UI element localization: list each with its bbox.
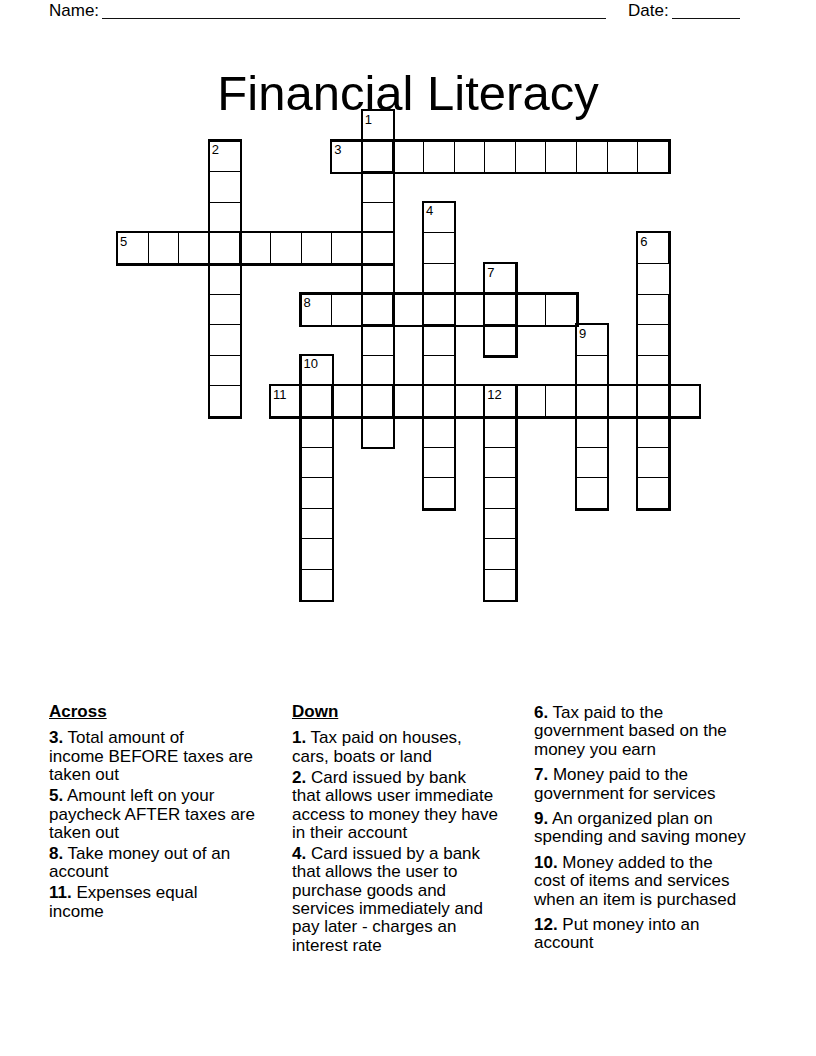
grid-cell-r4c17[interactable] xyxy=(637,232,669,264)
grid-cell-r12c15[interactable] xyxy=(576,477,608,509)
grid-cell-r1c14[interactable] xyxy=(545,141,577,173)
grid-cell-r6c6[interactable] xyxy=(301,294,333,326)
grid-cell-r5c10[interactable] xyxy=(423,263,455,295)
clue-down-1: 1. Tax paid on houses, cars, boats or la… xyxy=(292,729,536,766)
grid-cell-r9c15[interactable] xyxy=(576,385,608,417)
clue-text: Money paid to the government for service… xyxy=(534,765,715,802)
down-clue-list-right: 6. Tax paid to the government based on t… xyxy=(534,704,780,953)
clue-down-2: 2. Card issued by bank that allows user … xyxy=(292,769,536,843)
grid-cell-r4c1[interactable] xyxy=(148,232,180,264)
grid-cell-r9c14[interactable] xyxy=(545,385,577,417)
grid-cell-r9c18[interactable] xyxy=(668,385,700,417)
grid-cell-r9c12[interactable] xyxy=(484,385,516,417)
grid-cell-r9c6[interactable] xyxy=(301,385,333,417)
clue-across-11: 11. Expenses equal income xyxy=(49,884,291,921)
grid-cell-r4c7[interactable] xyxy=(331,232,363,264)
date-blank-line[interactable] xyxy=(672,0,740,19)
grid-cell-r7c8[interactable] xyxy=(362,324,394,356)
clue-number: 1. xyxy=(292,728,306,747)
clue-number: 7. xyxy=(534,765,548,784)
grid-cell-r10c12[interactable] xyxy=(484,416,516,448)
grid-cell-r4c2[interactable] xyxy=(178,232,210,264)
clue-text: Expenses equal income xyxy=(49,883,197,920)
grid-cell-r9c9[interactable] xyxy=(392,385,424,417)
clue-number: 5. xyxy=(49,786,63,805)
clue-down-9: 9. An organized plan on spending and sav… xyxy=(534,810,780,847)
grid-cell-r4c4[interactable] xyxy=(239,232,271,264)
grid-cell-r9c3[interactable] xyxy=(209,385,241,417)
clue-down-4: 4. Card issued by a bank that allows the… xyxy=(292,845,536,955)
grid-cell-r7c10[interactable] xyxy=(423,324,455,356)
grid-cell-r1c13[interactable] xyxy=(515,141,547,173)
grid-cell-r5c12[interactable] xyxy=(484,263,516,295)
clue-down-6: 6. Tax paid to the government based on t… xyxy=(534,704,780,759)
grid-cell-r4c6[interactable] xyxy=(301,232,333,264)
down-clue-list-left: 1. Tax paid on houses, cars, boats or la… xyxy=(292,729,536,955)
grid-cell-r10c8[interactable] xyxy=(362,416,394,448)
grid-cell-r6c7[interactable] xyxy=(331,294,363,326)
grid-cell-r2c3[interactable] xyxy=(209,171,241,203)
clue-text: Amount left on your paycheck AFTER taxes… xyxy=(49,786,255,842)
grid-cell-r6c8[interactable] xyxy=(362,294,394,326)
grid-cell-r12c17[interactable] xyxy=(637,477,669,509)
grid-cell-r1c16[interactable] xyxy=(607,141,639,173)
grid-cell-r1c12[interactable] xyxy=(484,141,516,173)
grid-cell-r6c11[interactable] xyxy=(454,294,486,326)
down-clues-column-right: 6. Tax paid to the government based on t… xyxy=(534,704,780,960)
grid-cell-r6c14[interactable] xyxy=(545,294,577,326)
clue-text: Money added to the cost of items and ser… xyxy=(534,853,736,909)
clue-number: 11. xyxy=(49,883,72,902)
grid-cell-r1c11[interactable] xyxy=(454,141,486,173)
clue-across-3: 3. Total amount of income BEFORE taxes a… xyxy=(49,729,291,784)
grid-cell-r8c6[interactable] xyxy=(301,355,333,387)
grid-cell-r12c12[interactable] xyxy=(484,477,516,509)
across-heading: Across xyxy=(49,703,291,721)
grid-cell-r9c17[interactable] xyxy=(637,385,669,417)
clue-text: Card issued by bank that allows user imm… xyxy=(292,768,498,842)
grid-cell-r4c8[interactable] xyxy=(362,232,394,264)
grid-cell-r1c3[interactable] xyxy=(209,141,241,173)
clue-text: Put money into an account xyxy=(534,915,699,952)
grid-cell-r4c5[interactable] xyxy=(270,232,302,264)
grid-cell-r0c8[interactable] xyxy=(362,110,394,142)
grid-cell-r1c10[interactable] xyxy=(423,141,455,173)
grid-cell-r1c8[interactable] xyxy=(362,141,394,173)
grid-cell-r10c15[interactable] xyxy=(576,416,608,448)
grid-cell-r7c3[interactable] xyxy=(209,324,241,356)
clue-number: 9. xyxy=(534,809,548,828)
grid-cell-r4c3[interactable] xyxy=(209,232,241,264)
grid-cell-r15c6[interactable] xyxy=(301,569,333,601)
grid-cell-r3c8[interactable] xyxy=(362,202,394,234)
grid-cell-r6c17[interactable] xyxy=(637,294,669,326)
grid-cell-r4c10[interactable] xyxy=(423,232,455,264)
grid-cell-r12c10[interactable] xyxy=(423,477,455,509)
clue-across-5: 5. Amount left on your paycheck AFTER ta… xyxy=(49,787,291,842)
grid-cell-r9c5[interactable] xyxy=(270,385,302,417)
clue-down-12: 12. Put money into an account xyxy=(534,916,780,953)
clue-number: 8. xyxy=(49,844,63,863)
grid-cell-r5c3[interactable] xyxy=(209,263,241,295)
grid-cell-r11c15[interactable] xyxy=(576,447,608,479)
grid-cell-r5c8[interactable] xyxy=(362,263,394,295)
grid-cell-r9c11[interactable] xyxy=(454,385,486,417)
grid-cell-r13c6[interactable] xyxy=(301,508,333,540)
clue-text: Tax paid on houses, cars, boats or land xyxy=(292,728,462,765)
grid-cell-r12c6[interactable] xyxy=(301,477,333,509)
grid-cell-r10c6[interactable] xyxy=(301,416,333,448)
grid-cell-r14c6[interactable] xyxy=(301,538,333,570)
grid-cell-r7c15[interactable] xyxy=(576,324,608,356)
clue-text: Card issued by a bank that allows the us… xyxy=(292,844,483,955)
grid-cell-r8c17[interactable] xyxy=(637,355,669,387)
grid-cell-r8c15[interactable] xyxy=(576,355,608,387)
grid-cell-r3c10[interactable] xyxy=(423,202,455,234)
grid-cell-r11c17[interactable] xyxy=(637,447,669,479)
clue-number: 6. xyxy=(534,703,548,722)
down-clues-column-left: Down 1. Tax paid on houses, cars, boats … xyxy=(292,703,536,958)
grid-cell-r8c8[interactable] xyxy=(362,355,394,387)
grid-cell-r6c13[interactable] xyxy=(515,294,547,326)
down-heading: Down xyxy=(292,703,536,721)
grid-cell-r1c7[interactable] xyxy=(331,141,363,173)
grid-cell-r7c12[interactable] xyxy=(484,324,516,356)
grid-cell-r9c7[interactable] xyxy=(331,385,363,417)
grid-cell-r10c17[interactable] xyxy=(637,416,669,448)
grid-cell-r8c10[interactable] xyxy=(423,355,455,387)
grid-cell-r2c8[interactable] xyxy=(362,171,394,203)
grid-cell-r6c10[interactable] xyxy=(423,294,455,326)
name-label: Name: xyxy=(49,1,99,20)
grid-cell-r11c10[interactable] xyxy=(423,447,455,479)
clue-number: 4. xyxy=(292,844,306,863)
grid-cell-r1c9[interactable] xyxy=(392,141,424,173)
grid-cell-r10c10[interactable] xyxy=(423,416,455,448)
grid-cell-r7c17[interactable] xyxy=(637,324,669,356)
grid-cell-r11c6[interactable] xyxy=(301,447,333,479)
grid-cell-r11c12[interactable] xyxy=(484,447,516,479)
clue-number: 12. xyxy=(534,915,558,934)
grid-cell-r13c12[interactable] xyxy=(484,508,516,540)
grid-cell-r9c16[interactable] xyxy=(607,385,639,417)
clue-across-8: 8. Take money out of an account xyxy=(49,845,291,882)
clue-number: 2. xyxy=(292,768,306,787)
grid-cell-r15c12[interactable] xyxy=(484,569,516,601)
across-clues-column: Across 3. Total amount of income BEFORE … xyxy=(49,703,291,923)
clue-number: 3. xyxy=(49,728,63,747)
date-label: Date: xyxy=(628,1,669,20)
grid-cell-r9c13[interactable] xyxy=(515,385,547,417)
grid-cell-r6c12[interactable] xyxy=(484,294,516,326)
clue-number: 10. xyxy=(534,853,558,872)
grid-cell-r9c10[interactable] xyxy=(423,385,455,417)
clue-text: Tax paid to the government based on the … xyxy=(534,703,727,759)
grid-cell-r14c12[interactable] xyxy=(484,538,516,570)
across-clue-list: 3. Total amount of income BEFORE taxes a… xyxy=(49,729,291,921)
clue-text: Take money out of an account xyxy=(49,844,230,881)
grid-cell-r6c3[interactable] xyxy=(209,294,241,326)
grid-cell-r1c15[interactable] xyxy=(576,141,608,173)
grid-cell-r4c0[interactable] xyxy=(117,232,149,264)
grid-cell-r1c17[interactable] xyxy=(637,141,669,173)
grid-cell-r6c9[interactable] xyxy=(392,294,424,326)
grid-cell-r3c3[interactable] xyxy=(209,202,241,234)
crossword-grid: 123456789101112 xyxy=(117,110,700,601)
clue-text: An organized plan on spending and saving… xyxy=(534,809,746,846)
grid-cell-r9c8[interactable] xyxy=(362,385,394,417)
clue-down-10: 10. Money added to the cost of items and… xyxy=(534,854,780,909)
clue-text: Total amount of income BEFORE taxes are … xyxy=(49,728,253,784)
name-blank-line[interactable] xyxy=(102,0,606,19)
clue-down-7: 7. Money paid to the government for serv… xyxy=(534,766,780,803)
grid-cell-r8c3[interactable] xyxy=(209,355,241,387)
